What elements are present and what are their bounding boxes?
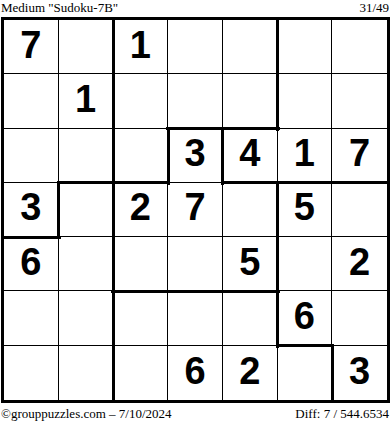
region-border: [112, 344, 115, 402]
cell-r2c6[interactable]: [278, 74, 333, 128]
sudoku-board: 711341732756526623: [1, 17, 390, 403]
given-digit: 3: [20, 188, 41, 226]
given-digit: 2: [130, 188, 151, 226]
cell-r7c3[interactable]: [113, 346, 168, 400]
region-border: [221, 290, 280, 293]
region-border: [112, 72, 115, 130]
cell-r6c7[interactable]: [332, 291, 387, 345]
region-border: [221, 181, 280, 184]
region-border: [331, 344, 334, 402]
region-border: [276, 18, 279, 76]
cell-r1c3[interactable]: 1: [113, 20, 168, 74]
cell-r5c3[interactable]: [113, 237, 168, 291]
cell-r6c3[interactable]: [113, 291, 168, 345]
given-digit: 7: [349, 134, 370, 172]
cell-r6c1[interactable]: [4, 291, 59, 345]
cell-r2c1[interactable]: [4, 74, 59, 128]
cell-r7c2[interactable]: [59, 346, 114, 400]
given-digit: 7: [20, 26, 41, 64]
region-border: [276, 181, 335, 184]
cell-r4c7[interactable]: [332, 183, 387, 237]
cell-r3c5[interactable]: 4: [223, 129, 278, 183]
difficulty-text: Diff: 7 / 544.6534: [295, 407, 389, 421]
puzzle-title: Medium "Sudoku-7B": [1, 1, 118, 15]
cell-r3c6[interactable]: 1: [278, 129, 333, 183]
cell-r4c5[interactable]: [223, 183, 278, 237]
region-border: [167, 127, 170, 185]
cell-r5c6[interactable]: [278, 237, 333, 291]
region-border: [276, 72, 279, 130]
cell-r4c2[interactable]: [59, 183, 114, 237]
cell-r4c1[interactable]: 3: [4, 183, 59, 237]
given-digit: 5: [294, 188, 315, 226]
cell-r2c7[interactable]: [332, 74, 387, 128]
cell-r7c1[interactable]: [4, 346, 59, 400]
given-digit: 2: [239, 352, 260, 390]
cell-r1c6[interactable]: [278, 20, 333, 74]
region-border: [276, 235, 279, 293]
cell-r5c1[interactable]: 6: [4, 237, 59, 291]
cell-r7c6[interactable]: [278, 346, 333, 400]
region-border: [57, 181, 60, 239]
cell-r2c4[interactable]: [168, 74, 223, 128]
region-border: [166, 127, 225, 130]
region-border: [166, 290, 225, 293]
cell-r7c7[interactable]: 3: [332, 346, 387, 400]
region-border: [330, 181, 389, 184]
cell-r4c4[interactable]: 7: [168, 183, 223, 237]
cell-r5c7[interactable]: 2: [332, 237, 387, 291]
given-digit: 6: [184, 352, 205, 390]
cell-r3c4[interactable]: 3: [168, 129, 223, 183]
cell-r6c4[interactable]: [168, 291, 223, 345]
cell-r6c2[interactable]: [59, 291, 114, 345]
region-border: [57, 181, 116, 184]
puzzle-page: Medium "Sudoku-7B" 31/49 711341732756526…: [0, 0, 391, 426]
cell-r3c2[interactable]: [59, 129, 114, 183]
region-border: [2, 236, 61, 239]
cell-r2c2[interactable]: 1: [59, 74, 114, 128]
region-border: [112, 289, 115, 347]
cell-r5c4[interactable]: [168, 237, 223, 291]
region-border: [276, 344, 335, 347]
progress-counter: 31/49: [359, 1, 389, 15]
region-border: [112, 18, 115, 76]
cell-r1c5[interactable]: [223, 20, 278, 74]
given-digit: 1: [130, 26, 151, 64]
cell-r1c1[interactable]: 7: [4, 20, 59, 74]
region-border: [111, 181, 170, 184]
region-border: [111, 290, 170, 293]
cell-r2c5[interactable]: [223, 74, 278, 128]
cell-r6c5[interactable]: [223, 291, 278, 345]
given-digit: 1: [294, 134, 315, 172]
cell-r4c6[interactable]: 5: [278, 183, 333, 237]
header: Medium "Sudoku-7B" 31/49: [1, 1, 389, 15]
cell-r1c7[interactable]: [332, 20, 387, 74]
copyright-text: ©grouppuzzles.com – 7/10/2024: [1, 407, 172, 421]
cell-r1c2[interactable]: [59, 20, 114, 74]
footer: ©grouppuzzles.com – 7/10/2024 Diff: 7 / …: [1, 407, 389, 421]
cell-r2c3[interactable]: [113, 74, 168, 128]
cell-r6c6[interactable]: 6: [278, 291, 333, 345]
cell-r5c5[interactable]: 5: [223, 237, 278, 291]
cell-r1c4[interactable]: [168, 20, 223, 74]
cell-r5c2[interactable]: [59, 237, 114, 291]
region-border: [112, 127, 115, 185]
region-border: [221, 127, 280, 130]
given-digit: 1: [75, 80, 96, 118]
given-digit: 3: [184, 134, 205, 172]
given-digit: 6: [20, 243, 41, 281]
region-border: [276, 181, 279, 239]
region-border: [276, 289, 279, 347]
given-digit: 2: [349, 243, 370, 281]
cell-r4c3[interactable]: 2: [113, 183, 168, 237]
cell-r3c3[interactable]: [113, 129, 168, 183]
given-digit: 6: [294, 297, 315, 335]
region-border: [112, 181, 115, 239]
given-digit: 5: [239, 243, 260, 281]
region-border: [112, 235, 115, 293]
cell-r3c7[interactable]: 7: [332, 129, 387, 183]
cell-r3c1[interactable]: [4, 129, 59, 183]
given-digit: 7: [184, 188, 205, 226]
cell-r7c4[interactable]: 6: [168, 346, 223, 400]
cell-r7c5[interactable]: 2: [223, 346, 278, 400]
given-digit: 4: [239, 134, 260, 172]
given-digit: 3: [349, 352, 370, 390]
region-border: [221, 127, 224, 185]
